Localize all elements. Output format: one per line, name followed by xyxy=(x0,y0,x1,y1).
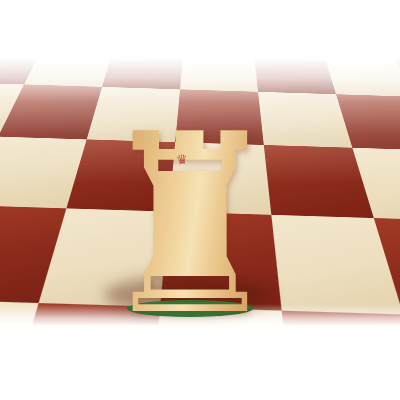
crown-stamp-icon: ♛ xyxy=(175,152,188,166)
white-rook-piece: ♜ xyxy=(88,92,292,314)
white-rook-glyph: ♜ xyxy=(99,101,281,349)
product-photo: ♜ ♛ xyxy=(0,0,400,400)
